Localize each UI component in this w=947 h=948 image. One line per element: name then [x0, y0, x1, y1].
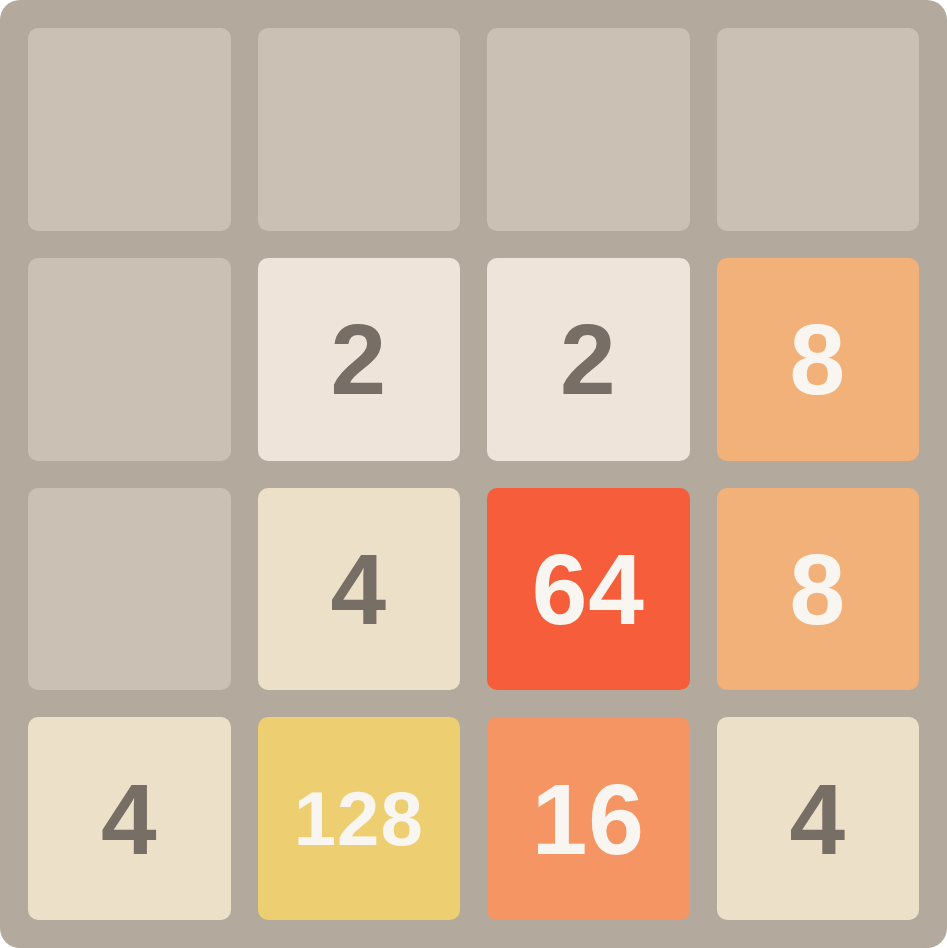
- game-board-2048[interactable]: 22846484128164: [0, 0, 947, 948]
- tile-value: 4: [330, 539, 387, 639]
- tile-value: 8: [789, 539, 846, 639]
- empty-cell-r1c1: [28, 28, 231, 231]
- tile-64-r3c3: 64: [487, 488, 690, 691]
- tile-2-r2c2: 2: [258, 258, 461, 461]
- tile-value: 16: [532, 769, 645, 869]
- empty-cell-r2c1: [28, 258, 231, 461]
- empty-cell-r3c1: [28, 488, 231, 691]
- tile-8-r2c4: 8: [717, 258, 920, 461]
- empty-cell-r1c4: [717, 28, 920, 231]
- tile-value: 2: [330, 309, 387, 409]
- tile-2-r2c3: 2: [487, 258, 690, 461]
- tile-value: 64: [532, 539, 645, 639]
- tile-value: 2: [560, 309, 617, 409]
- empty-cell-r1c2: [258, 28, 461, 231]
- tile-128-r4c2: 128: [258, 717, 461, 920]
- tile-value: 128: [294, 781, 424, 857]
- tile-value: 4: [101, 769, 158, 869]
- tile-value: 8: [789, 309, 846, 409]
- tile-16-r4c3: 16: [487, 717, 690, 920]
- tile-4-r3c2: 4: [258, 488, 461, 691]
- empty-cell-r1c3: [487, 28, 690, 231]
- tile-4-r4c1: 4: [28, 717, 231, 920]
- tile-4-r4c4: 4: [717, 717, 920, 920]
- tile-value: 4: [789, 769, 846, 869]
- tile-8-r3c4: 8: [717, 488, 920, 691]
